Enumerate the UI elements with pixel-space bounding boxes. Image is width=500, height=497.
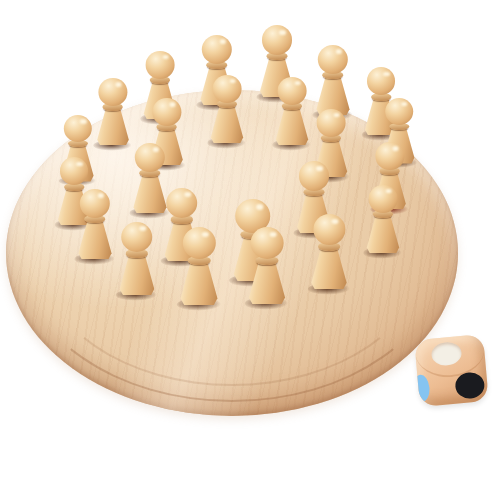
pawn-head [385,98,413,125]
pieces-layer [0,0,500,497]
pawn-head [262,25,293,55]
pawn-head [212,75,241,103]
pawn-body [275,106,309,146]
pawn-head [313,214,345,245]
pawn-head [202,35,232,64]
pawn-head [368,185,397,213]
die-body [414,334,489,407]
pawn-body [77,219,112,259]
pawn-peg-7[interactable] [207,74,247,146]
pawn-peg-20[interactable] [307,213,350,292]
pawn-peg-23[interactable] [176,226,221,308]
pawn-head [182,227,215,259]
pawn-peg-19[interactable] [75,188,115,262]
pawn-body [179,260,218,305]
pawn-head [166,188,197,218]
die-spot-front [454,371,485,399]
pawn-body [96,107,130,146]
pawn-head [318,45,348,74]
pawn-head [251,227,284,259]
pawn-head [121,222,152,252]
pawn-head [135,143,165,172]
pawn-head [376,142,405,170]
pawn-peg-6[interactable] [94,77,133,148]
pawn-peg-8[interactable] [272,76,312,148]
pawn-head [367,67,396,95]
pawn-head [316,109,345,137]
pawn-body [119,253,156,295]
product-photo-stage [0,0,500,497]
pawn-head [99,78,128,106]
pawn-head [60,157,89,185]
pawn-head [145,51,174,79]
pawn-body [210,104,244,144]
pawn-body [310,246,348,289]
pawn-head [80,189,110,218]
pawn-head [277,77,306,105]
pawn-body [248,260,286,304]
color-die[interactable] [414,334,489,407]
pawn-head [64,115,92,142]
pawn-peg-24[interactable] [245,226,289,307]
pawn-peg-21[interactable] [363,184,403,256]
pawn-body [366,214,400,254]
pawn-head [153,98,182,126]
pawn-head [299,161,330,191]
pawn-peg-22[interactable] [116,221,158,298]
